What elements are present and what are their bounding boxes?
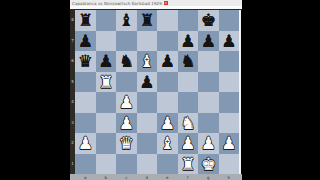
piece-white-bishop: ♝ <box>137 51 158 72</box>
piece-white-bishop: ♝ <box>157 133 178 154</box>
square-d1[interactable] <box>137 154 158 175</box>
square-e5[interactable] <box>157 72 178 93</box>
square-h3[interactable] <box>219 113 240 134</box>
square-h1[interactable] <box>219 154 240 175</box>
square-b3[interactable] <box>96 113 117 134</box>
square-g7[interactable]: ♟ <box>198 31 219 52</box>
piece-white-king: ♚ <box>198 154 219 175</box>
file-label-a: a <box>75 174 96 180</box>
file-label-f: f <box>178 174 199 180</box>
board-area: 87654321 ♜♝♜♚♟♟♟♟♛♟♞♝♟♞♜♟♟♟♟♞♟♛♝♟♟♟♜♚ <box>70 9 242 174</box>
square-h2[interactable]: ♟ <box>219 133 240 154</box>
square-b6[interactable]: ♟ <box>96 51 117 72</box>
square-h5[interactable] <box>219 72 240 93</box>
square-f6[interactable]: ♞ <box>178 51 199 72</box>
square-e4[interactable] <box>157 92 178 113</box>
square-c1[interactable] <box>116 154 137 175</box>
square-b1[interactable] <box>96 154 117 175</box>
square-f1[interactable]: ♜ <box>178 154 199 175</box>
file-label-e: e <box>157 174 178 180</box>
square-a2[interactable]: ♟ <box>75 133 96 154</box>
tab-title: Capablanca vs Nimzowitsch Karlsbad 1929 <box>72 1 162 6</box>
square-g4[interactable] <box>198 92 219 113</box>
chess-board: ♜♝♜♚♟♟♟♟♛♟♞♝♟♞♜♟♟♟♟♞♟♛♝♟♟♟♜♚ <box>75 10 241 174</box>
square-f3[interactable]: ♞ <box>178 113 199 134</box>
file-label-h: h <box>219 174 240 180</box>
piece-black-queen: ♛ <box>75 51 96 72</box>
square-c3[interactable]: ♟ <box>116 113 137 134</box>
piece-white-rook: ♜ <box>96 72 117 93</box>
square-c6[interactable]: ♞ <box>116 51 137 72</box>
file-label-b: b <box>96 174 117 180</box>
square-g2[interactable]: ♟ <box>198 133 219 154</box>
square-d2[interactable] <box>137 133 158 154</box>
square-h8[interactable] <box>219 10 240 31</box>
piece-black-knight: ♞ <box>116 51 137 72</box>
square-e3[interactable]: ♟ <box>157 113 178 134</box>
tab-bar[interactable]: Capablanca vs Nimzowitsch Karlsbad 1929 … <box>70 0 242 7</box>
close-icon[interactable]: × <box>164 1 168 5</box>
piece-black-rook: ♜ <box>75 10 96 31</box>
piece-white-pawn: ♟ <box>75 133 96 154</box>
piece-white-rook: ♜ <box>178 154 199 175</box>
piece-white-queen: ♛ <box>116 133 137 154</box>
square-g6[interactable] <box>198 51 219 72</box>
square-c8[interactable]: ♝ <box>116 10 137 31</box>
square-d5[interactable]: ♟ <box>137 72 158 93</box>
square-a5[interactable] <box>75 72 96 93</box>
square-c2[interactable]: ♛ <box>116 133 137 154</box>
square-d4[interactable] <box>137 92 158 113</box>
square-a8[interactable]: ♜ <box>75 10 96 31</box>
square-f5[interactable] <box>178 72 199 93</box>
piece-white-pawn: ♟ <box>157 113 178 134</box>
square-g3[interactable] <box>198 113 219 134</box>
piece-black-bishop: ♝ <box>116 10 137 31</box>
square-e8[interactable] <box>157 10 178 31</box>
square-e1[interactable] <box>157 154 178 175</box>
piece-white-pawn: ♟ <box>198 133 219 154</box>
square-d3[interactable] <box>137 113 158 134</box>
file-labels: abcdefgh <box>75 174 241 180</box>
piece-black-pawn: ♟ <box>178 31 199 52</box>
piece-black-pawn: ♟ <box>198 31 219 52</box>
square-f4[interactable] <box>178 92 199 113</box>
piece-white-pawn: ♟ <box>116 113 137 134</box>
square-f8[interactable] <box>178 10 199 31</box>
piece-black-king: ♚ <box>198 10 219 31</box>
square-h7[interactable]: ♟ <box>219 31 240 52</box>
square-c5[interactable] <box>116 72 137 93</box>
piece-white-pawn: ♟ <box>219 133 240 154</box>
square-f2[interactable]: ♟ <box>178 133 199 154</box>
square-b7[interactable] <box>96 31 117 52</box>
piece-black-pawn: ♟ <box>219 31 240 52</box>
square-c4[interactable]: ♟ <box>116 92 137 113</box>
square-h6[interactable] <box>219 51 240 72</box>
square-g1[interactable]: ♚ <box>198 154 219 175</box>
piece-white-pawn: ♟ <box>116 92 137 113</box>
square-e7[interactable] <box>157 31 178 52</box>
square-a6[interactable]: ♛ <box>75 51 96 72</box>
piece-black-rook: ♜ <box>137 10 158 31</box>
square-c7[interactable] <box>116 31 137 52</box>
square-a4[interactable] <box>75 92 96 113</box>
square-e2[interactable]: ♝ <box>157 133 178 154</box>
square-a1[interactable] <box>75 154 96 175</box>
square-b2[interactable] <box>96 133 117 154</box>
square-a7[interactable]: ♟ <box>75 31 96 52</box>
square-g8[interactable]: ♚ <box>198 10 219 31</box>
square-e6[interactable]: ♟ <box>157 51 178 72</box>
piece-black-pawn: ♟ <box>137 72 158 93</box>
piece-black-pawn: ♟ <box>75 31 96 52</box>
square-d7[interactable] <box>137 31 158 52</box>
square-d6[interactable]: ♝ <box>137 51 158 72</box>
square-b8[interactable] <box>96 10 117 31</box>
square-f7[interactable]: ♟ <box>178 31 199 52</box>
piece-white-knight: ♞ <box>178 113 199 134</box>
file-label-d: d <box>137 174 158 180</box>
square-b4[interactable] <box>96 92 117 113</box>
chess-diagram-window: Capablanca vs Nimzowitsch Karlsbad 1929 … <box>70 0 242 180</box>
square-b5[interactable]: ♜ <box>96 72 117 93</box>
square-h4[interactable] <box>219 92 240 113</box>
file-label-c: c <box>116 174 137 180</box>
file-label-g: g <box>198 174 219 180</box>
square-a3[interactable] <box>75 113 96 134</box>
piece-white-pawn: ♟ <box>178 133 199 154</box>
square-d8[interactable]: ♜ <box>137 10 158 31</box>
square-g5[interactable] <box>198 72 219 93</box>
file-labels-row: abcdefgh <box>70 174 242 180</box>
piece-black-knight: ♞ <box>178 51 199 72</box>
piece-black-pawn: ♟ <box>157 51 178 72</box>
piece-black-pawn: ♟ <box>96 51 117 72</box>
